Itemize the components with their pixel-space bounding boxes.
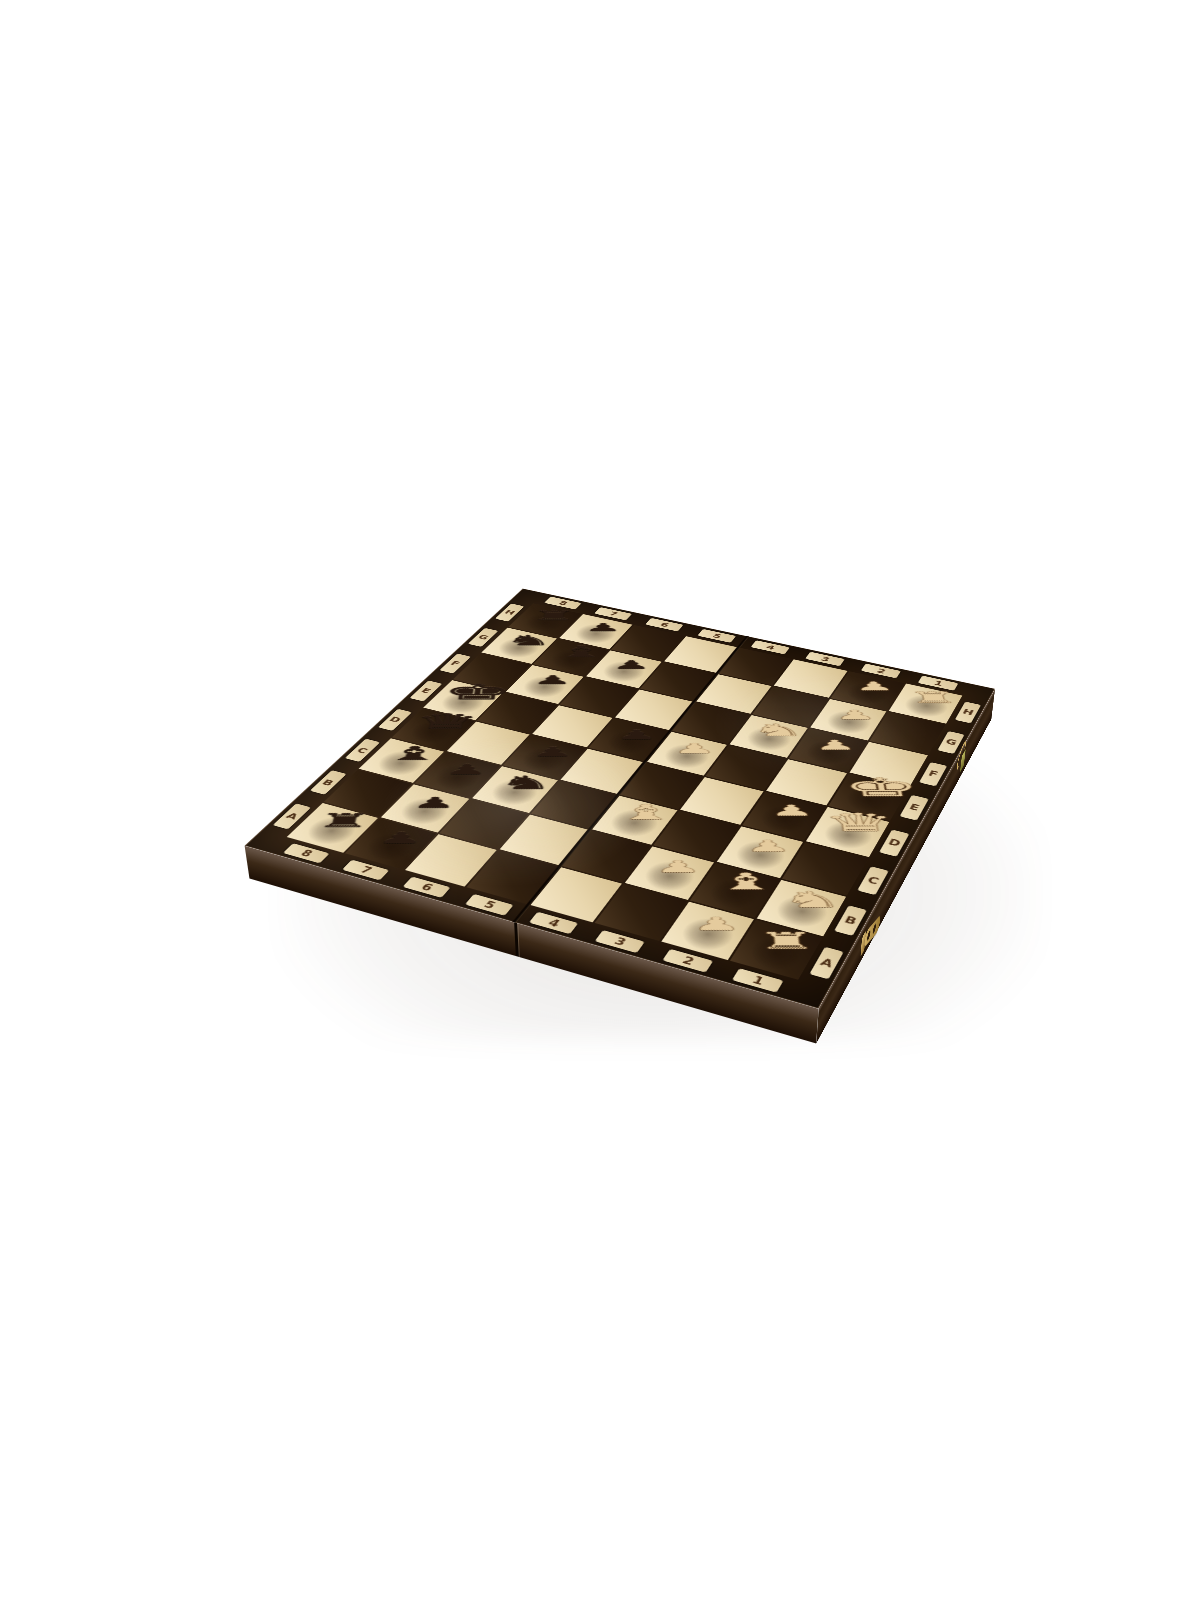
black-knight-glyph: ♞ <box>504 633 554 647</box>
label-rank-6-east-text: 6 <box>658 621 671 628</box>
label-file-g-north-text: G <box>476 633 491 641</box>
black-bishop-glyph: ♝ <box>554 644 607 660</box>
white-knight-glyph: ♞ <box>751 721 805 738</box>
fold-seam-side-gap <box>514 922 519 957</box>
label-file-g-south-cell: G <box>937 731 964 754</box>
label-rank-5-east-text: 5 <box>710 632 723 640</box>
white-pawn-glyph: ♟ <box>853 680 895 692</box>
label-file-c-north-text: C <box>355 745 371 754</box>
label-rank-3-east-text: 3 <box>819 655 831 663</box>
black-bishop-glyph: ♝ <box>383 744 444 763</box>
white-rook-glyph: ♜ <box>907 690 960 705</box>
label-file-h-north-text: H <box>502 609 517 617</box>
label-rank-8-east-text: 8 <box>556 599 569 606</box>
product-photo-scene: ABCDEFGH ABCDEFGH 12345678 12345678 ♜♞♛♚… <box>0 0 1200 1600</box>
black-pawn-glyph: ♟ <box>531 745 574 759</box>
black-pawn-glyph: ♟ <box>532 674 572 686</box>
clasp-hole <box>872 923 876 935</box>
black-rook-glyph: ♜ <box>531 609 578 622</box>
label-rank-7-east-text: 7 <box>607 610 620 617</box>
label-file-d-north-text: D <box>387 715 403 724</box>
black-pawn-glyph: ♟ <box>616 728 657 741</box>
label-file-f-north-text: F <box>448 659 462 667</box>
black-pawn-glyph: ♟ <box>584 622 622 633</box>
black-king-glyph: ♚ <box>441 681 514 703</box>
label-rank-2-east-text: 2 <box>875 667 887 675</box>
label-file-e-north-text: E <box>419 687 433 695</box>
white-pawn-glyph: ♟ <box>834 708 877 721</box>
black-queen-glyph: ♛ <box>412 711 481 732</box>
label-file-g-south-text: G <box>944 738 958 748</box>
label-file-h-south-text: H <box>961 708 975 717</box>
label-rank-4-east-text: 4 <box>764 643 776 651</box>
label-rank-1-east-text: 1 <box>932 679 944 687</box>
clasp-hole <box>867 929 871 942</box>
white-pawn-glyph: ♟ <box>673 741 715 755</box>
white-pawn-glyph: ♟ <box>813 738 857 752</box>
black-pawn-glyph: ♟ <box>612 659 651 671</box>
